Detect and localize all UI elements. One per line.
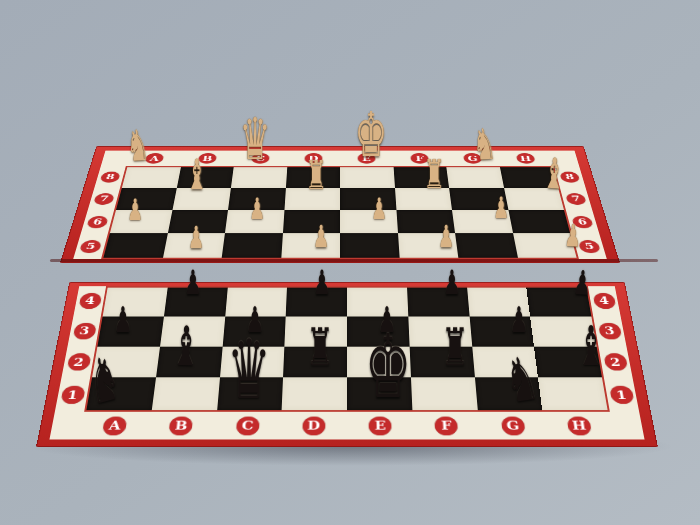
square-b2 [156, 346, 222, 377]
board-bottom-half-face: 4321 4321 ABCDEFGH [49, 286, 644, 439]
coord-label-A: A [102, 416, 128, 435]
square-f8 [393, 167, 449, 188]
square-a7 [116, 188, 176, 210]
square-a4 [103, 288, 168, 317]
square-f7 [395, 188, 452, 210]
square-e1 [347, 378, 412, 411]
square-f4 [407, 288, 469, 317]
coord-label-C: C [236, 416, 260, 435]
square-e5 [340, 233, 399, 257]
square-c8 [231, 167, 287, 188]
coord-label-8: 8 [559, 171, 580, 182]
board-fold-seam [50, 259, 658, 262]
square-e7 [340, 188, 396, 210]
coord-label-B: B [198, 153, 217, 163]
coord-label-E: E [358, 153, 376, 163]
coord-label-5: 5 [79, 240, 102, 253]
square-e8 [340, 167, 395, 188]
square-a3 [97, 316, 163, 346]
square-c6 [225, 210, 284, 233]
square-b6 [167, 210, 228, 233]
coord-label-7: 7 [565, 193, 587, 205]
square-a1 [86, 378, 155, 411]
coord-label-4: 4 [592, 293, 616, 309]
coord-label-H: H [566, 416, 592, 435]
square-e3 [347, 316, 409, 346]
square-f6 [396, 210, 455, 233]
square-c4 [225, 288, 287, 317]
coord-label-H: H [516, 153, 536, 163]
square-c2 [220, 346, 285, 377]
coord-label-G: G [500, 416, 525, 435]
coord-label-F: F [410, 153, 429, 163]
square-f3 [408, 316, 472, 346]
square-d4 [286, 288, 347, 317]
square-f2 [409, 346, 474, 377]
square-h5 [513, 233, 577, 257]
square-h7 [504, 188, 564, 210]
coord-label-5: 5 [578, 240, 601, 253]
top-half-squares-grid [101, 166, 579, 259]
square-a5 [103, 233, 167, 257]
coord-label-2: 2 [66, 354, 91, 371]
coord-label-C: C [251, 153, 270, 163]
square-d1 [282, 378, 347, 411]
square-d3 [285, 316, 347, 346]
coord-label-8: 8 [100, 171, 121, 182]
square-c7 [228, 188, 285, 210]
coord-label-7: 7 [93, 193, 115, 205]
square-a8 [122, 167, 181, 188]
coord-label-6: 6 [571, 216, 594, 228]
square-c3 [222, 316, 286, 346]
square-g4 [467, 288, 531, 317]
square-g3 [469, 316, 534, 346]
square-a2 [92, 346, 160, 377]
square-h2 [534, 346, 602, 377]
square-h8 [500, 167, 559, 188]
square-b8 [176, 167, 233, 188]
coord-label-3: 3 [597, 323, 621, 339]
square-h4 [527, 288, 592, 317]
board-top-half: ABCDEFGH 8765 8765 [60, 146, 620, 263]
square-e6 [340, 210, 398, 233]
coord-label-E: E [369, 416, 392, 435]
square-d7 [284, 188, 340, 210]
top-half-file-labels: ABCDEFGH [126, 151, 554, 167]
coord-label-D: D [302, 416, 325, 435]
square-b5 [163, 233, 225, 257]
square-g2 [472, 346, 538, 377]
coord-label-3: 3 [72, 323, 96, 339]
coord-label-1: 1 [60, 386, 86, 404]
coord-label-1: 1 [609, 386, 635, 404]
square-g8 [446, 167, 503, 188]
square-f5 [398, 233, 459, 257]
chess-set-photo: ABCDEFGH 8765 8765 4321 4321 ABCDEFGH ♞♚… [0, 0, 700, 525]
square-b1 [152, 378, 220, 411]
square-h6 [508, 210, 570, 233]
bottom-half-file-labels: ABCDEFGH [79, 412, 614, 440]
coord-label-F: F [435, 416, 459, 435]
square-d2 [283, 346, 347, 377]
square-h1 [538, 378, 607, 411]
coord-label-A: A [144, 153, 164, 163]
square-e2 [347, 346, 411, 377]
square-g5 [455, 233, 517, 257]
square-c1 [217, 378, 284, 411]
bottom-half-squares-grid [84, 286, 610, 412]
coord-label-6: 6 [86, 216, 109, 228]
coord-label-G: G [463, 153, 482, 163]
square-b7 [172, 188, 231, 210]
square-b3 [160, 316, 225, 346]
coord-label-4: 4 [78, 293, 102, 309]
board-top-half-face: ABCDEFGH 8765 8765 [73, 151, 607, 259]
square-e4 [347, 288, 408, 317]
square-c5 [222, 233, 283, 257]
square-g7 [449, 188, 508, 210]
board-bottom-half: 4321 4321 ABCDEFGH [36, 282, 658, 447]
square-f1 [411, 378, 478, 411]
square-d6 [282, 210, 340, 233]
square-d8 [285, 167, 340, 188]
coord-label-B: B [169, 416, 194, 435]
coord-label-2: 2 [603, 354, 628, 371]
coord-label-D: D [304, 153, 322, 163]
square-d5 [281, 233, 340, 257]
square-b4 [164, 288, 228, 317]
square-h3 [530, 316, 596, 346]
square-g6 [452, 210, 513, 233]
square-a6 [110, 210, 172, 233]
square-g1 [474, 378, 542, 411]
